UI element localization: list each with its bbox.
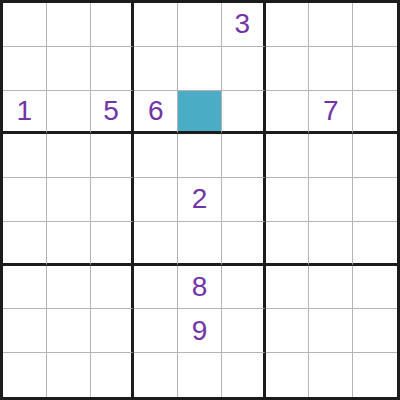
- cell-r2c8[interactable]: [353, 91, 397, 135]
- cell-r7c4[interactable]: 9: [178, 309, 222, 353]
- cell-r0c4[interactable]: [178, 3, 222, 47]
- cell-r1c2[interactable]: [91, 47, 135, 91]
- cell-r3c5[interactable]: [222, 134, 266, 178]
- cell-r2c1[interactable]: [47, 91, 91, 135]
- cell-r8c1[interactable]: [47, 353, 91, 397]
- cell-r6c3[interactable]: [134, 266, 178, 310]
- cell-r0c3[interactable]: [134, 3, 178, 47]
- cell-r6c7[interactable]: [309, 266, 353, 310]
- cell-r0c1[interactable]: [47, 3, 91, 47]
- cell-r3c0[interactable]: [3, 134, 47, 178]
- cell-r7c8[interactable]: [353, 309, 397, 353]
- cell-r8c2[interactable]: [91, 353, 135, 397]
- cell-r5c1[interactable]: [47, 222, 91, 266]
- cell-r0c6[interactable]: [266, 3, 310, 47]
- cell-r4c8[interactable]: [353, 178, 397, 222]
- cell-r7c0[interactable]: [3, 309, 47, 353]
- cell-r1c8[interactable]: [353, 47, 397, 91]
- cell-r8c4[interactable]: [178, 353, 222, 397]
- cell-r5c6[interactable]: [266, 222, 310, 266]
- cell-r1c0[interactable]: [3, 47, 47, 91]
- cell-r2c6[interactable]: [266, 91, 310, 135]
- cell-r0c5[interactable]: 3: [222, 3, 266, 47]
- cell-r2c0[interactable]: 1: [3, 91, 47, 135]
- cell-r1c7[interactable]: [309, 47, 353, 91]
- cell-r3c6[interactable]: [266, 134, 310, 178]
- sudoku-board: 31567289: [0, 0, 400, 400]
- cell-r1c4[interactable]: [178, 47, 222, 91]
- cell-r8c5[interactable]: [222, 353, 266, 397]
- cell-r5c8[interactable]: [353, 222, 397, 266]
- cell-r1c6[interactable]: [266, 47, 310, 91]
- cell-r8c7[interactable]: [309, 353, 353, 397]
- cell-r3c4[interactable]: [178, 134, 222, 178]
- cell-r5c5[interactable]: [222, 222, 266, 266]
- cell-r0c8[interactable]: [353, 3, 397, 47]
- cell-r3c2[interactable]: [91, 134, 135, 178]
- cell-r7c2[interactable]: [91, 309, 135, 353]
- cell-r7c6[interactable]: [266, 309, 310, 353]
- cell-r6c1[interactable]: [47, 266, 91, 310]
- cell-r2c7[interactable]: 7: [309, 91, 353, 135]
- cell-r7c7[interactable]: [309, 309, 353, 353]
- sudoku-app: 31567289: [0, 0, 400, 400]
- cell-r1c3[interactable]: [134, 47, 178, 91]
- cell-r3c1[interactable]: [47, 134, 91, 178]
- cell-r2c5[interactable]: [222, 91, 266, 135]
- cell-r4c1[interactable]: [47, 178, 91, 222]
- cell-r5c7[interactable]: [309, 222, 353, 266]
- cell-r3c7[interactable]: [309, 134, 353, 178]
- cell-r4c6[interactable]: [266, 178, 310, 222]
- cell-r4c7[interactable]: [309, 178, 353, 222]
- cell-r4c4[interactable]: 2: [178, 178, 222, 222]
- cell-r4c5[interactable]: [222, 178, 266, 222]
- cell-r2c2[interactable]: 5: [91, 91, 135, 135]
- cell-r6c0[interactable]: [3, 266, 47, 310]
- cell-r8c8[interactable]: [353, 353, 397, 397]
- cell-r6c6[interactable]: [266, 266, 310, 310]
- cell-r5c4[interactable]: [178, 222, 222, 266]
- cell-r0c2[interactable]: [91, 3, 135, 47]
- cell-r3c8[interactable]: [353, 134, 397, 178]
- cell-r6c8[interactable]: [353, 266, 397, 310]
- cell-r7c3[interactable]: [134, 309, 178, 353]
- selected-cell-r2c4[interactable]: [178, 91, 222, 135]
- cell-r1c1[interactable]: [47, 47, 91, 91]
- cell-r6c4[interactable]: 8: [178, 266, 222, 310]
- cell-r8c6[interactable]: [266, 353, 310, 397]
- cell-r4c0[interactable]: [3, 178, 47, 222]
- cell-r0c0[interactable]: [3, 3, 47, 47]
- cell-r4c2[interactable]: [91, 178, 135, 222]
- cell-r7c1[interactable]: [47, 309, 91, 353]
- cell-r2c3[interactable]: 6: [134, 91, 178, 135]
- cell-r8c0[interactable]: [3, 353, 47, 397]
- cell-r1c5[interactable]: [222, 47, 266, 91]
- cell-r5c2[interactable]: [91, 222, 135, 266]
- cell-r6c5[interactable]: [222, 266, 266, 310]
- cell-r5c0[interactable]: [3, 222, 47, 266]
- cell-r7c5[interactable]: [222, 309, 266, 353]
- cell-r3c3[interactable]: [134, 134, 178, 178]
- cell-r4c3[interactable]: [134, 178, 178, 222]
- cell-r6c2[interactable]: [91, 266, 135, 310]
- cell-r0c7[interactable]: [309, 3, 353, 47]
- cell-r5c3[interactable]: [134, 222, 178, 266]
- cell-r8c3[interactable]: [134, 353, 178, 397]
